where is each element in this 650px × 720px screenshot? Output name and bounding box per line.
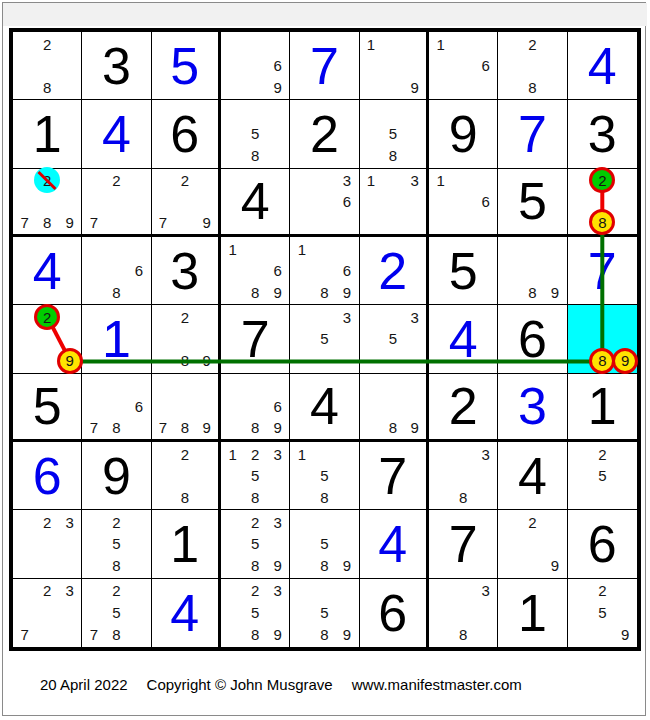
candidate-5: 5 [589,600,615,626]
cell-r1c2[interactable]: 3 [82,32,151,100]
cell-r6c5[interactable]: 4 [290,374,359,442]
candidate-3: 3 [473,441,499,467]
candidate-6: 6 [126,393,152,419]
candidate-7: 7 [12,622,38,648]
given-digit: 1 [568,374,637,439]
given-digit: 7 [360,442,426,509]
cell-r9c1[interactable]: 237 [13,579,82,647]
cell-r1c4[interactable]: 69 [221,32,290,100]
cell-r3c2[interactable]: 27 [82,169,151,237]
solved-digit: 7 [498,100,566,167]
cell-r4c5[interactable]: 1689 [290,237,359,305]
given-digit: 3 [82,32,150,99]
candidate-8: 8 [311,484,337,510]
given-digit: 1 [152,510,218,577]
footer-date: 20 April 2022 [40,676,128,693]
solved-digit: 3 [498,374,566,439]
candidate-9: 9 [265,553,291,579]
footer: 20 April 2022 Copyright © John Musgrave … [40,676,541,693]
candidate-7: 7 [81,209,107,235]
cell-r6c8[interactable]: 3 [498,374,567,442]
solved-digit: 7 [290,32,358,99]
cell-r7c9[interactable]: 25 [568,442,637,510]
candidate-8: 8 [450,622,476,648]
candidate-9: 9 [334,622,360,648]
candidate-9: 9 [334,553,360,579]
cell-r7c5[interactable]: 158 [290,442,359,510]
cell-r2c9[interactable]: 3 [568,100,637,168]
candidate-9: 9 [265,414,291,440]
cell-r5c8[interactable]: 6 [498,305,567,373]
solved-digit: 6 [13,442,81,509]
cell-r8c3[interactable]: 1 [152,510,221,578]
candidate-8: 8 [103,279,129,305]
top-band [3,3,647,26]
cell-r5c1[interactable]: 29 [13,305,82,373]
cell-r9c2[interactable]: 2578 [82,579,151,647]
cell-r4c8[interactable]: 89 [498,237,567,305]
candidate-1: 1 [428,167,454,193]
cell-r2c6[interactable]: 58 [360,100,429,168]
cell-r2c3[interactable]: 6 [152,100,221,168]
cell-r7c2[interactable]: 9 [82,442,151,510]
cell-r9c9[interactable]: 259 [568,579,637,647]
given-digit: 2 [429,374,497,439]
cell-r5c2[interactable]: 1 [82,305,151,373]
solved-digit: 4 [568,32,637,99]
cell-r7c3[interactable]: 28 [152,442,221,510]
cell-r1c9[interactable]: 4 [568,32,637,100]
cell-r6c3[interactable]: 789 [152,374,221,442]
candidate-8: 8 [242,484,268,510]
given-digit: 3 [568,100,637,167]
cell-r3c5[interactable]: 36 [290,169,359,237]
cell-r1c7[interactable]: 16 [429,32,498,100]
cell-r4c7[interactable]: 5 [429,237,498,305]
cell-r3c8[interactable]: 5 [498,169,567,237]
cell-r7c1[interactable]: 6 [13,442,82,510]
cell-r1c6[interactable]: 19 [360,32,429,100]
candidate-2: 2 [589,167,615,193]
candidate-5: 5 [589,463,615,489]
cell-r9c6[interactable]: 6 [360,579,429,647]
candidate-8: 8 [589,209,615,235]
solved-digit: 4 [82,100,150,167]
given-digit: 2 [290,100,358,167]
solved-digit: 1 [82,305,150,372]
cell-r9c5[interactable]: 589 [290,579,359,647]
given-digit: 9 [429,100,497,167]
cell-r5c4[interactable]: 7 [221,305,290,373]
given-digit: 5 [498,169,566,234]
candidate-9: 9 [542,553,568,579]
cell-r4c2[interactable]: 68 [82,237,151,305]
cell-r1c3[interactable]: 5 [152,32,221,100]
cell-r4c1[interactable]: 4 [13,237,82,305]
cell-r8c7[interactable]: 7 [429,510,498,578]
cell-r7c6[interactable]: 7 [360,442,429,510]
cell-r3c9[interactable]: 28 [568,169,637,237]
cell-r1c8[interactable]: 28 [498,32,567,100]
candidate-1: 1 [358,167,384,193]
candidate-2: 2 [34,31,60,57]
candidate-1: 1 [358,31,384,57]
cell-r1c5[interactable]: 7 [290,32,359,100]
candidate-3: 3 [402,304,428,330]
board-grid: 2835697191628414658258973278927279436131… [13,32,637,647]
candidate-9: 9 [57,209,83,235]
cell-r2c4[interactable]: 58 [221,100,290,168]
given-digit: 5 [13,374,81,439]
cell-r4c6[interactable]: 2 [360,237,429,305]
cell-r6c1[interactable]: 5 [13,374,82,442]
candidate-3: 3 [265,578,291,604]
solved-digit: 4 [152,579,218,647]
solved-digit: 7 [568,237,637,304]
candidate-2: 2 [172,441,198,467]
cell-r2c7[interactable]: 9 [429,100,498,168]
cell-r2c1[interactable]: 1 [13,100,82,168]
given-digit: 5 [429,237,497,304]
cell-r1c1[interactable]: 28 [13,32,82,100]
cell-r9c4[interactable]: 23589 [221,579,290,647]
given-digit: 4 [290,374,358,439]
cell-r3c1[interactable]: 2789 [13,169,82,237]
cell-r8c6[interactable]: 4 [360,510,429,578]
given-digit: 7 [221,305,289,372]
candidate-9: 9 [194,348,220,374]
cell-r3c6[interactable]: 13 [360,169,429,237]
candidate-2: 2 [34,304,60,330]
cell-r7c7[interactable]: 38 [429,442,498,510]
solved-digit: 4 [13,237,81,304]
candidate-6: 6 [126,258,152,284]
cell-r4c9[interactable]: 7 [568,237,637,305]
cell-r8c2[interactable]: 258 [82,510,151,578]
candidate-9: 9 [402,74,428,100]
cell-r5c7[interactable]: 4 [429,305,498,373]
cell-r3c7[interactable]: 16 [429,169,498,237]
cell-r7c8[interactable]: 4 [498,442,567,510]
candidate-9: 9 [612,348,638,374]
cell-r7c4[interactable]: 12358 [221,442,290,510]
candidate-5: 5 [311,326,337,352]
sudoku-board: 2835697191628414658258973278927279436131… [9,28,641,651]
cell-r8c5[interactable]: 589 [290,510,359,578]
candidate-2: 2 [172,304,198,330]
solved-digit: 4 [429,305,497,372]
candidate-8: 8 [34,74,60,100]
candidate-6: 6 [473,188,499,214]
candidate-9: 9 [334,279,360,305]
candidate-9: 9 [265,279,291,305]
cell-r5c5[interactable]: 35 [290,305,359,373]
candidate-3: 3 [473,578,499,604]
candidate-8: 8 [172,484,198,510]
solved-digit: 4 [360,510,426,577]
solved-digit: 5 [152,32,218,99]
cell-r3c4[interactable]: 4 [221,169,290,237]
given-digit: 6 [568,510,637,577]
candidate-9: 9 [402,414,428,440]
cell-r8c1[interactable]: 23 [13,510,82,578]
candidate-3: 3 [265,509,291,535]
candidate-6: 6 [334,188,360,214]
solved-digit: 2 [360,237,426,304]
cell-r2c5[interactable]: 2 [290,100,359,168]
cell-r5c3[interactable]: 289 [152,305,221,373]
candidate-8: 8 [450,484,476,510]
given-digit: 4 [498,442,566,509]
candidate-9: 9 [542,279,568,305]
cell-r6c2[interactable]: 678 [82,374,151,442]
cell-r6c6[interactable]: 89 [360,374,429,442]
candidate-8: 8 [519,74,545,100]
cell-r6c4[interactable]: 689 [221,374,290,442]
cell-r8c4[interactable]: 23589 [221,510,290,578]
given-digit: 6 [498,305,566,372]
given-digit: 6 [152,100,218,167]
cell-r5c9[interactable]: 89 [568,305,637,373]
cell-r3c3[interactable]: 279 [152,169,221,237]
candidate-9: 9 [57,348,83,374]
given-digit: 6 [360,579,426,647]
candidate-1: 1 [289,441,315,467]
cell-r2c2[interactable]: 4 [82,100,151,168]
given-digit: 7 [429,510,497,577]
cell-r6c9[interactable]: 1 [568,374,637,442]
cell-r5c6[interactable]: 35 [360,305,429,373]
given-digit: 1 [13,100,81,167]
candidate-2: 2 [519,31,545,57]
candidate-3: 3 [334,304,360,330]
candidate-2: 2 [172,167,198,193]
candidate-9: 9 [194,414,220,440]
candidate-8: 8 [103,622,129,648]
candidate-9: 9 [265,74,291,100]
candidate-3: 3 [265,441,291,467]
cell-r9c8[interactable]: 1 [498,579,567,647]
candidate-2: 2 [34,167,60,193]
given-digit: 4 [221,169,289,234]
candidate-3: 3 [402,167,428,193]
footer-copyright: Copyright © John Musgrave [147,676,333,693]
candidate-9: 9 [194,209,220,235]
cell-r2c8[interactable]: 7 [498,100,567,168]
candidate-8: 8 [103,414,129,440]
candidate-9: 9 [612,622,638,648]
cell-r8c8[interactable]: 29 [498,510,567,578]
candidate-6: 6 [473,53,499,79]
given-digit: 1 [498,579,566,647]
candidate-3: 3 [57,509,83,535]
given-digit: 9 [82,442,150,509]
cell-r4c4[interactable]: 1689 [221,237,290,305]
cell-r6c7[interactable]: 2 [429,374,498,442]
cell-r4c3[interactable]: 3 [152,237,221,305]
cell-r9c7[interactable]: 38 [429,579,498,647]
candidate-8: 8 [380,143,406,169]
cell-r9c3[interactable]: 4 [152,579,221,647]
candidate-8: 8 [103,553,129,579]
cell-r8c9[interactable]: 6 [568,510,637,578]
candidate-3: 3 [57,578,83,604]
candidate-8: 8 [242,143,268,169]
candidate-2: 2 [103,167,129,193]
given-digit: 3 [152,237,218,304]
candidate-1: 1 [428,31,454,57]
page: 2835697191628414658258973278927279436131… [0,0,650,720]
candidate-5: 5 [380,326,406,352]
candidate-9: 9 [265,622,291,648]
candidate-2: 2 [519,509,545,535]
candidate-1: 1 [289,236,315,262]
candidate-1: 1 [220,236,246,262]
footer-website: www.manifestmaster.com [352,676,522,693]
candidate-7: 7 [150,209,176,235]
